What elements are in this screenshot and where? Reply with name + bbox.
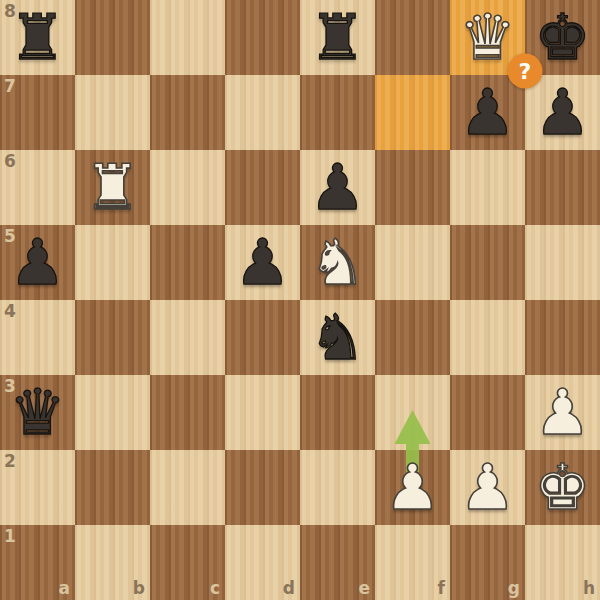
piece-white-king[interactable]: ♚	[525, 450, 600, 525]
square-e3[interactable]	[300, 375, 375, 450]
square-e6[interactable]: ♟	[300, 150, 375, 225]
square-b6[interactable]: ♜	[75, 150, 150, 225]
square-d5[interactable]: ♟	[225, 225, 300, 300]
square-c3[interactable]	[150, 375, 225, 450]
file-label-b: b	[133, 580, 145, 597]
square-c1[interactable]: c	[150, 525, 225, 600]
piece-black-pawn[interactable]: ♟	[300, 150, 375, 225]
square-g5[interactable]	[450, 225, 525, 300]
file-label-f: f	[438, 580, 445, 597]
square-a4[interactable]: 4	[0, 300, 75, 375]
file-label-h: h	[583, 580, 595, 597]
square-d2[interactable]	[225, 450, 300, 525]
square-b3[interactable]	[75, 375, 150, 450]
square-f7[interactable]	[375, 75, 450, 150]
piece-black-rook[interactable]: ♜	[300, 0, 375, 75]
square-d1[interactable]: d	[225, 525, 300, 600]
square-b1[interactable]: b	[75, 525, 150, 600]
square-h6[interactable]	[525, 150, 600, 225]
square-f6[interactable]	[375, 150, 450, 225]
square-e7[interactable]	[300, 75, 375, 150]
square-h1[interactable]: h	[525, 525, 600, 600]
square-a5[interactable]: 5♟	[0, 225, 75, 300]
file-label-g: g	[508, 580, 520, 597]
square-g6[interactable]	[450, 150, 525, 225]
piece-white-pawn[interactable]: ♟	[375, 450, 450, 525]
square-g1[interactable]: g	[450, 525, 525, 600]
square-g7[interactable]: ♟	[450, 75, 525, 150]
piece-black-pawn[interactable]: ♟	[0, 225, 75, 300]
square-c8[interactable]	[150, 0, 225, 75]
piece-black-pawn[interactable]: ♟	[525, 75, 600, 150]
piece-white-rook[interactable]: ♜	[75, 150, 150, 225]
rank-label-2: 2	[4, 453, 16, 470]
square-f8[interactable]	[375, 0, 450, 75]
square-b4[interactable]	[75, 300, 150, 375]
square-d4[interactable]	[225, 300, 300, 375]
file-label-d: d	[283, 580, 295, 597]
square-b7[interactable]	[75, 75, 150, 150]
piece-black-pawn[interactable]: ♟	[225, 225, 300, 300]
square-a1[interactable]: 1a	[0, 525, 75, 600]
square-e4[interactable]: ♞	[300, 300, 375, 375]
square-h7[interactable]: ♟	[525, 75, 600, 150]
file-label-c: c	[210, 580, 220, 597]
square-c7[interactable]	[150, 75, 225, 150]
square-e5[interactable]: ♞	[300, 225, 375, 300]
square-a6[interactable]: 6	[0, 150, 75, 225]
square-b2[interactable]	[75, 450, 150, 525]
piece-white-knight[interactable]: ♞	[300, 225, 375, 300]
square-f2[interactable]: ♟	[375, 450, 450, 525]
piece-black-knight[interactable]: ♞	[300, 300, 375, 375]
chess-board: 8♜♜♛♚7♟♟6♜♟5♟♟♞4♞3♛♟2♟♟♚1abcdefgh?	[0, 0, 600, 600]
piece-white-pawn[interactable]: ♟	[450, 450, 525, 525]
square-f1[interactable]: f	[375, 525, 450, 600]
square-g3[interactable]	[450, 375, 525, 450]
square-f4[interactable]	[375, 300, 450, 375]
square-f3[interactable]	[375, 375, 450, 450]
square-b5[interactable]	[75, 225, 150, 300]
square-h2[interactable]: ♚	[525, 450, 600, 525]
piece-black-queen[interactable]: ♛	[0, 375, 75, 450]
piece-black-pawn[interactable]: ♟	[450, 75, 525, 150]
square-e8[interactable]: ♜	[300, 0, 375, 75]
square-d3[interactable]	[225, 375, 300, 450]
square-d7[interactable]	[225, 75, 300, 150]
square-c6[interactable]	[150, 150, 225, 225]
file-label-e: e	[358, 580, 370, 597]
rank-label-7: 7	[4, 78, 16, 95]
rank-label-6: 6	[4, 153, 16, 170]
file-label-a: a	[59, 580, 70, 597]
square-h3[interactable]: ♟	[525, 375, 600, 450]
square-h4[interactable]	[525, 300, 600, 375]
square-g4[interactable]	[450, 300, 525, 375]
square-d6[interactable]	[225, 150, 300, 225]
square-b8[interactable]	[75, 0, 150, 75]
rank-label-1: 1	[4, 528, 16, 545]
square-a2[interactable]: 2	[0, 450, 75, 525]
rank-label-4: 4	[4, 303, 16, 320]
square-a8[interactable]: 8♜	[0, 0, 75, 75]
square-c2[interactable]	[150, 450, 225, 525]
square-h5[interactable]	[525, 225, 600, 300]
square-f5[interactable]	[375, 225, 450, 300]
square-a7[interactable]: 7	[0, 75, 75, 150]
square-c4[interactable]	[150, 300, 225, 375]
mistake-badge: ?	[508, 54, 543, 89]
piece-white-pawn[interactable]: ♟	[525, 375, 600, 450]
square-g2[interactable]: ♟	[450, 450, 525, 525]
square-c5[interactable]	[150, 225, 225, 300]
square-d8[interactable]	[225, 0, 300, 75]
square-a3[interactable]: 3♛	[0, 375, 75, 450]
square-e2[interactable]	[300, 450, 375, 525]
square-e1[interactable]: e	[300, 525, 375, 600]
piece-black-rook[interactable]: ♜	[0, 0, 75, 75]
